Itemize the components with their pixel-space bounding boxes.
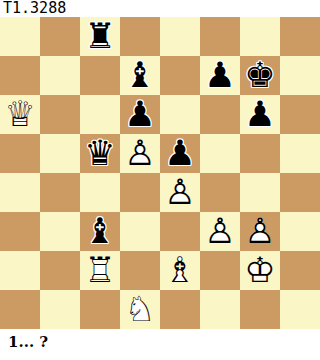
- square-e1[interactable]: [160, 290, 200, 329]
- square-f8[interactable]: [200, 17, 240, 56]
- square-e2[interactable]: ♝♗: [160, 251, 200, 290]
- square-a3[interactable]: [0, 212, 40, 251]
- piece-white-knight: ♞♘: [120, 290, 160, 329]
- square-b1[interactable]: [40, 290, 80, 329]
- square-h1[interactable]: [280, 290, 320, 329]
- square-g8[interactable]: [240, 17, 280, 56]
- piece-black-pawn: ♟: [160, 134, 200, 173]
- piece-white-queen: ♛♕: [0, 95, 40, 134]
- square-c7[interactable]: [80, 56, 120, 95]
- piece-white-pawn: ♟♙: [120, 134, 160, 173]
- square-d7[interactable]: ♝: [120, 56, 160, 95]
- square-f6[interactable]: [200, 95, 240, 134]
- puzzle-id-title: T1.3288: [3, 0, 66, 16]
- square-d4[interactable]: [120, 173, 160, 212]
- square-g2[interactable]: ♚♔: [240, 251, 280, 290]
- piece-black-queen: ♛: [80, 134, 120, 173]
- square-f1[interactable]: [200, 290, 240, 329]
- square-a6[interactable]: ♛♕: [0, 95, 40, 134]
- piece-black-pawn: ♟: [200, 56, 240, 95]
- square-e5[interactable]: ♟: [160, 134, 200, 173]
- square-f2[interactable]: [200, 251, 240, 290]
- square-g5[interactable]: [240, 134, 280, 173]
- square-b7[interactable]: [40, 56, 80, 95]
- piece-white-bishop: ♝♗: [160, 251, 200, 290]
- square-d8[interactable]: [120, 17, 160, 56]
- square-a2[interactable]: [0, 251, 40, 290]
- square-a7[interactable]: [0, 56, 40, 95]
- piece-white-pawn: ♟♙: [160, 173, 200, 212]
- square-e7[interactable]: [160, 56, 200, 95]
- square-e6[interactable]: [160, 95, 200, 134]
- piece-black-king: ♚: [240, 56, 280, 95]
- piece-black-pawn: ♟: [120, 95, 160, 134]
- square-c5[interactable]: ♛: [80, 134, 120, 173]
- square-g4[interactable]: [240, 173, 280, 212]
- piece-white-pawn: ♟♙: [240, 212, 280, 251]
- square-g3[interactable]: ♟♙: [240, 212, 280, 251]
- piece-black-pawn: ♟: [240, 95, 280, 134]
- square-h5[interactable]: [280, 134, 320, 173]
- square-h2[interactable]: [280, 251, 320, 290]
- piece-black-bishop: ♝: [80, 212, 120, 251]
- square-d1[interactable]: ♞♘: [120, 290, 160, 329]
- square-h4[interactable]: [280, 173, 320, 212]
- square-c2[interactable]: ♜♖: [80, 251, 120, 290]
- square-c8[interactable]: ♜: [80, 17, 120, 56]
- square-a4[interactable]: [0, 173, 40, 212]
- square-e8[interactable]: [160, 17, 200, 56]
- square-d2[interactable]: [120, 251, 160, 290]
- square-a8[interactable]: [0, 17, 40, 56]
- square-f3[interactable]: ♟♙: [200, 212, 240, 251]
- square-h7[interactable]: [280, 56, 320, 95]
- square-c6[interactable]: [80, 95, 120, 134]
- square-b8[interactable]: [40, 17, 80, 56]
- piece-white-king: ♚♔: [240, 251, 280, 290]
- square-a5[interactable]: [0, 134, 40, 173]
- square-g6[interactable]: ♟: [240, 95, 280, 134]
- move-prompt: 1... ?: [8, 332, 48, 352]
- square-h3[interactable]: [280, 212, 320, 251]
- square-b6[interactable]: [40, 95, 80, 134]
- square-e4[interactable]: ♟♙: [160, 173, 200, 212]
- square-d6[interactable]: ♟: [120, 95, 160, 134]
- square-d5[interactable]: ♟♙: [120, 134, 160, 173]
- square-f5[interactable]: [200, 134, 240, 173]
- square-c4[interactable]: [80, 173, 120, 212]
- square-b2[interactable]: [40, 251, 80, 290]
- square-f4[interactable]: [200, 173, 240, 212]
- piece-white-rook: ♜♖: [80, 251, 120, 290]
- square-h8[interactable]: [280, 17, 320, 56]
- square-b3[interactable]: [40, 212, 80, 251]
- square-c3[interactable]: ♝: [80, 212, 120, 251]
- piece-black-bishop: ♝: [120, 56, 160, 95]
- square-b5[interactable]: [40, 134, 80, 173]
- square-h6[interactable]: [280, 95, 320, 134]
- piece-white-pawn: ♟♙: [200, 212, 240, 251]
- square-e3[interactable]: [160, 212, 200, 251]
- square-g7[interactable]: ♚: [240, 56, 280, 95]
- square-a1[interactable]: [0, 290, 40, 329]
- square-d3[interactable]: [120, 212, 160, 251]
- square-b4[interactable]: [40, 173, 80, 212]
- piece-black-rook: ♜: [80, 17, 120, 56]
- square-c1[interactable]: [80, 290, 120, 329]
- chess-board: ♜♝♟♚♛♕♟♟♛♟♙♟♟♙♝♟♙♟♙♜♖♝♗♚♔♞♘: [0, 17, 320, 329]
- square-g1[interactable]: [240, 290, 280, 329]
- square-f7[interactable]: ♟: [200, 56, 240, 95]
